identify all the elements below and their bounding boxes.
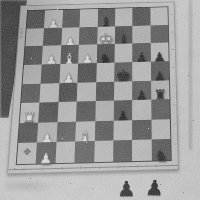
- square-r5c1: [21, 83, 41, 103]
- square-r3c3: ♝: [60, 45, 79, 64]
- square-r1c8: [150, 7, 168, 25]
- square-r6c6: ♟: [114, 100, 133, 120]
- table-edge-streak: [189, 0, 192, 150]
- square-r5c6: [114, 81, 133, 101]
- square-r6c7: [132, 100, 151, 120]
- square-r2c5: ♚: [97, 26, 115, 44]
- chess-grid: ♟♝♟♚♝♟♝♟♞♟♟♟♚♟♟♜♜♟♟♝❖♟♞: [16, 6, 172, 165]
- square-r4c2: [41, 64, 60, 83]
- square-r7c3: [56, 121, 76, 142]
- square-r4c4: [78, 63, 97, 82]
- board-corner-emblem: ❖: [22, 148, 31, 158]
- chess-board-frame: SINO ♟♝♟♚♝♟♝♟♞♟♟♟♚♟♟♜♜♟♟♝❖♟♞: [7, 1, 179, 174]
- square-r7c5: [94, 120, 113, 141]
- square-r2c8: [150, 25, 168, 43]
- square-r1c2: ♟: [44, 10, 63, 28]
- square-r2c3: ♟: [61, 27, 80, 45]
- square-r7c4: ♝: [75, 121, 95, 142]
- square-r4c6: ♚: [114, 62, 132, 81]
- square-r4c8: ♟: [151, 61, 169, 80]
- square-r8c2: ♟: [36, 142, 56, 163]
- square-r2c6: ♝: [115, 26, 133, 44]
- captured-black-pawn: ♟: [117, 179, 136, 200]
- square-r2c7: [133, 25, 151, 43]
- table-smudge: [4, 178, 59, 194]
- black-piece-n: ♞: [154, 149, 168, 163]
- square-r6c5: [95, 101, 114, 121]
- square-r4c3: ♟: [59, 63, 78, 82]
- square-r3c5: ♞: [96, 44, 114, 63]
- square-r3c2: ♟: [42, 45, 61, 64]
- square-r3c7: ♟: [132, 43, 150, 62]
- square-r5c7: ♟: [132, 80, 151, 100]
- square-r6c2: [39, 102, 59, 122]
- board-maker-mark: SINO: [19, 27, 26, 39]
- square-r3c1: [24, 46, 43, 65]
- square-r8c5: [94, 141, 114, 162]
- square-r7c2: ♟: [37, 122, 57, 143]
- square-r7c6: [113, 120, 132, 141]
- square-r1c5: ♝: [97, 9, 115, 27]
- square-r8c1: ❖: [17, 143, 38, 164]
- square-r3c6: [114, 44, 132, 63]
- white-piece-p: ♟: [39, 153, 53, 166]
- square-r8c3: [55, 142, 75, 163]
- captured-black-pawn: ♟: [144, 178, 164, 200]
- square-r3c4: ♟: [78, 45, 97, 64]
- square-r5c2: [40, 83, 59, 103]
- square-r4c1: [23, 64, 42, 83]
- square-r2c2: [43, 27, 62, 45]
- square-r6c4: [76, 101, 95, 121]
- square-r1c7: [133, 8, 151, 26]
- square-r1c6: [115, 8, 133, 26]
- square-r7c8: [151, 119, 170, 140]
- square-r1c1: [27, 10, 46, 28]
- square-r7c7: [132, 119, 151, 140]
- square-r8c4: [75, 141, 95, 162]
- square-r8c6: [113, 140, 132, 161]
- square-r5c4: [77, 82, 96, 102]
- square-r5c3: [58, 82, 77, 102]
- square-r8c8: ♞: [151, 139, 170, 160]
- rank-coordinate-marks: [170, 14, 176, 150]
- square-r5c8: ♜: [151, 80, 170, 100]
- square-r6c8: [151, 99, 170, 119]
- square-r7c1: [18, 122, 38, 143]
- square-r6c3: [57, 102, 77, 122]
- square-r1c3: [62, 9, 80, 27]
- square-r4c7: [132, 62, 150, 81]
- square-r8c7: [132, 140, 151, 161]
- square-r2c4: [79, 27, 97, 45]
- square-r2c1: [25, 28, 44, 46]
- square-r1c4: [80, 9, 98, 27]
- square-r6c1: ♜: [20, 103, 40, 123]
- chessboard-photo: SINO ♟♝♟♚♝♟♝♟♞♟♟♟♚♟♟♜♜♟♟♝❖♟♞ ♟ ♟: [0, 0, 200, 200]
- square-r4c5: [96, 62, 115, 81]
- square-r5c5: [95, 81, 114, 101]
- square-r3c8: ♟: [150, 43, 168, 62]
